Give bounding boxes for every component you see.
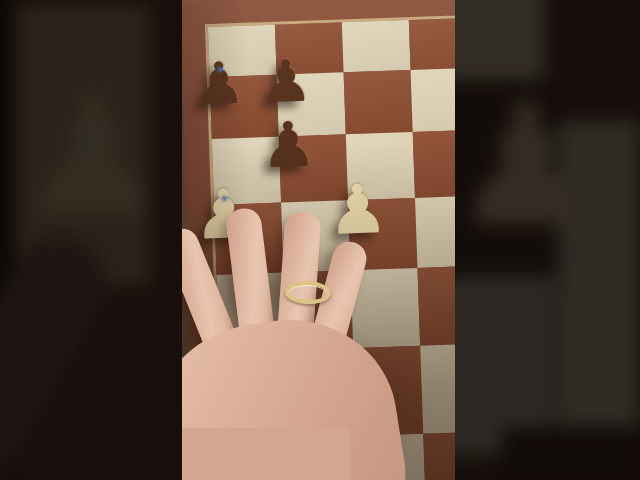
hand [182, 0, 455, 480]
right-bar-dim-overlay [455, 0, 640, 480]
chess-video-photo: ♟♟♟♟♟ [182, 0, 455, 480]
left-bar-dim-overlay [0, 0, 182, 480]
right-blur-bar: ♟ [455, 0, 640, 480]
left-blur-bar: ♟ [0, 0, 182, 480]
video-frame: ♟ ♟♟♟♟♟ [0, 0, 640, 480]
wrist [182, 428, 350, 480]
